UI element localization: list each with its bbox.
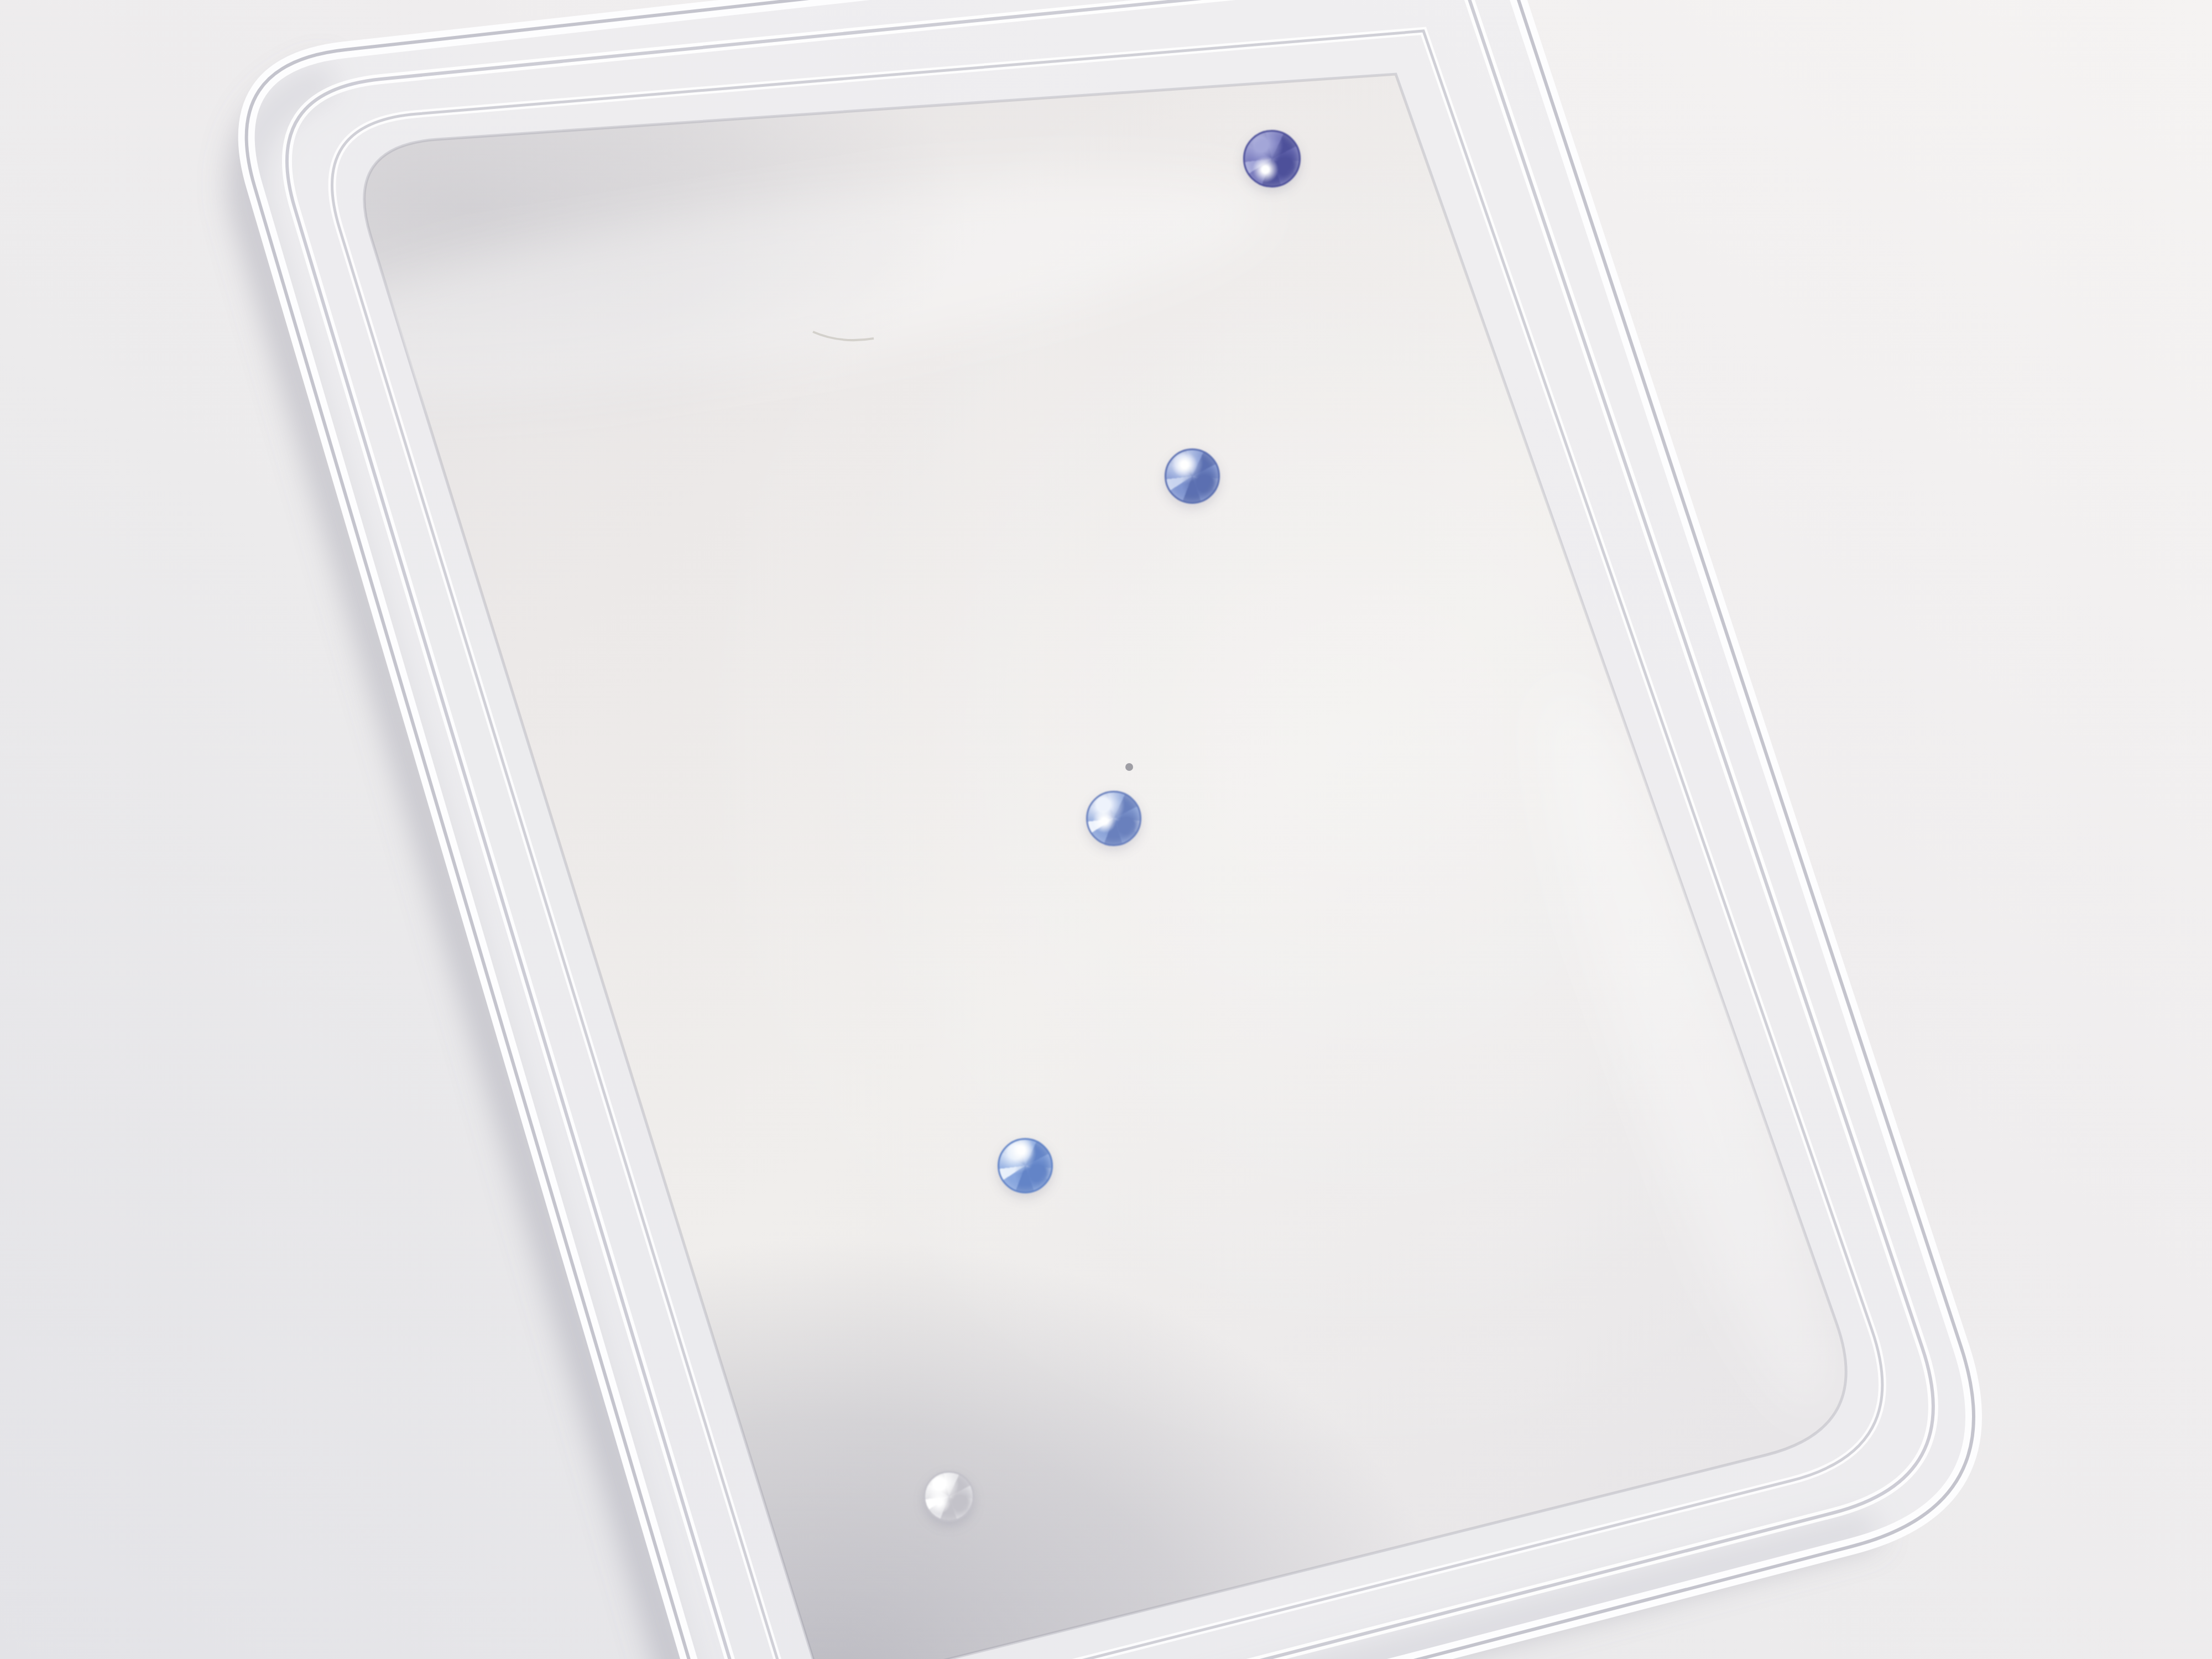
gem-blue-2 (1165, 448, 1220, 504)
gem-violet-blue-1 (1243, 130, 1301, 187)
gem-light-blue-3 (1086, 791, 1141, 846)
photo-gem-case (0, 0, 2212, 1659)
gem-colorless-5 (924, 1471, 974, 1522)
gem-light-blue-4 (998, 1138, 1053, 1193)
dark-speck (1125, 763, 1133, 771)
